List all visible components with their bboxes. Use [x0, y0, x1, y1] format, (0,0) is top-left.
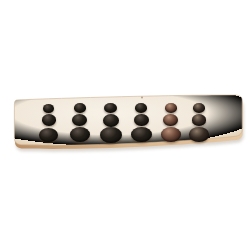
stone-black-medium[interactable]	[42, 114, 56, 126]
pit-r3c3[interactable]	[95, 126, 126, 145]
stone-black-large[interactable]	[39, 128, 58, 142]
pit-r1c6[interactable]	[185, 102, 213, 114]
pit-r1c3[interactable]	[95, 102, 126, 114]
pit-r2c4[interactable]	[126, 114, 156, 126]
pit-r3c2[interactable]	[64, 126, 95, 145]
stone-dark-brown-small[interactable]	[193, 103, 205, 113]
photo-scene	[0, 0, 250, 250]
stone-black-small[interactable]	[74, 103, 86, 113]
stone-dark-brown-large[interactable]	[189, 127, 209, 142]
speck	[141, 97, 143, 99]
board-grid	[33, 102, 213, 145]
pit-r1c4[interactable]	[126, 102, 156, 114]
stone-black-medium[interactable]	[103, 114, 119, 127]
stone-black-large[interactable]	[131, 127, 152, 143]
pit-r2c5[interactable]	[156, 114, 185, 126]
pit-r1c1[interactable]	[33, 102, 64, 114]
stone-brown-large[interactable]	[161, 127, 181, 142]
pit-r2c2[interactable]	[64, 114, 95, 126]
pit-r3c6[interactable]	[185, 126, 213, 145]
pit-r2c6[interactable]	[185, 114, 213, 126]
stone-black-small[interactable]	[43, 104, 54, 113]
pit-r1c2[interactable]	[64, 102, 95, 114]
stone-black-large[interactable]	[70, 127, 90, 142]
stone-black-small[interactable]	[104, 103, 117, 113]
stone-black-medium[interactable]	[134, 114, 149, 127]
stone-dark-brown-medium[interactable]	[192, 114, 207, 126]
stone-black-large[interactable]	[100, 127, 122, 143]
pit-r1c5[interactable]	[156, 102, 185, 114]
pit-r2c1[interactable]	[33, 114, 64, 126]
stone-brown-medium[interactable]	[163, 114, 178, 126]
stone-black-medium[interactable]	[72, 114, 87, 126]
stone-brown-small[interactable]	[165, 103, 177, 113]
pit-r3c1[interactable]	[33, 126, 64, 145]
pit-r3c5[interactable]	[156, 126, 185, 145]
pit-r2c3[interactable]	[95, 114, 126, 126]
stone-black-small[interactable]	[135, 103, 147, 113]
pit-r3c4[interactable]	[126, 126, 156, 145]
